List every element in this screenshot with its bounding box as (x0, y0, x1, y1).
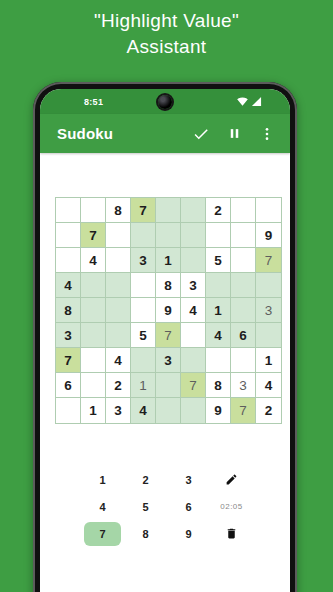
cell-r9c9[interactable]: 2 (256, 398, 281, 423)
cell-r8c9[interactable]: 4 (256, 373, 281, 398)
cell-r8c8[interactable]: 3 (231, 373, 256, 398)
cell-r1c4[interactable]: 7 (131, 198, 156, 223)
numpad-key-5[interactable]: 5 (127, 495, 164, 519)
cell-r1c3[interactable]: 8 (106, 198, 131, 223)
overflow-menu-icon (259, 126, 275, 142)
cell-r5c8[interactable] (231, 298, 256, 323)
cell-r4c6[interactable]: 3 (181, 273, 206, 298)
cell-r3c8[interactable] (231, 248, 256, 273)
cell-r9c2[interactable]: 1 (81, 398, 106, 423)
cell-r1c8[interactable] (231, 198, 256, 223)
cell-r1c5[interactable] (156, 198, 181, 223)
cell-r2c6[interactable] (181, 223, 206, 248)
cell-r4c9[interactable] (256, 273, 281, 298)
cell-r3c9[interactable]: 7 (256, 248, 281, 273)
cell-r3c3[interactable] (106, 248, 131, 273)
cell-r7c6[interactable] (181, 348, 206, 373)
cell-r5c4[interactable] (131, 298, 156, 323)
cell-r7c2[interactable] (81, 348, 106, 373)
cell-r1c7[interactable]: 2 (206, 198, 231, 223)
cell-r4c8[interactable] (231, 273, 256, 298)
cell-r9c6[interactable] (181, 398, 206, 423)
cell-r5c9[interactable]: 3 (256, 298, 281, 323)
banner-title-line2: Assistant (0, 34, 333, 60)
cell-r6c1[interactable]: 3 (56, 323, 81, 348)
cellular-signal-icon (251, 96, 262, 107)
numpad-key-9[interactable]: 9 (170, 522, 207, 546)
cell-r2c5[interactable] (156, 223, 181, 248)
cell-r5c1[interactable]: 8 (56, 298, 81, 323)
cell-r9c5[interactable] (156, 398, 181, 423)
cell-r6c5[interactable]: 7 (156, 323, 181, 348)
phone-screen: 8:51 Sudoku 87279431574838 (40, 89, 290, 592)
status-bar-clock: 8:51 (84, 97, 103, 107)
cell-r1c2[interactable] (81, 198, 106, 223)
cell-r9c1[interactable] (56, 398, 81, 423)
sudoku-grid: 8727943157483894133574674316217834134972 (55, 197, 282, 424)
cell-r7c9[interactable]: 1 (256, 348, 281, 373)
cell-r5c5[interactable]: 9 (156, 298, 181, 323)
cell-r6c2[interactable] (81, 323, 106, 348)
numpad-key-4[interactable]: 4 (84, 495, 121, 519)
cell-r2c9[interactable]: 9 (256, 223, 281, 248)
cell-r8c1[interactable]: 6 (56, 373, 81, 398)
cell-r8c3[interactable]: 2 (106, 373, 131, 398)
cell-r4c5[interactable]: 8 (156, 273, 181, 298)
cell-r7c8[interactable] (231, 348, 256, 373)
trash-icon (225, 527, 238, 540)
front-camera (158, 95, 172, 109)
cell-r3c2[interactable]: 4 (81, 248, 106, 273)
overflow-menu-button[interactable] (257, 124, 277, 144)
cell-r3c6[interactable] (181, 248, 206, 273)
cell-r5c3[interactable] (106, 298, 131, 323)
numpad-key-1[interactable]: 1 (84, 468, 121, 492)
cell-r7c3[interactable]: 4 (106, 348, 131, 373)
cell-r2c2[interactable]: 7 (81, 223, 106, 248)
cell-r8c4[interactable]: 1 (131, 373, 156, 398)
erase-button[interactable] (210, 520, 253, 547)
cell-r6c4[interactable]: 5 (131, 323, 156, 348)
cell-r4c1[interactable]: 4 (56, 273, 81, 298)
cell-r9c3[interactable]: 3 (106, 398, 131, 423)
cell-r3c1[interactable] (56, 248, 81, 273)
cell-r8c7[interactable]: 8 (206, 373, 231, 398)
cell-r5c7[interactable]: 1 (206, 298, 231, 323)
game-timer: 02:05 (220, 502, 243, 511)
validate-button[interactable] (191, 124, 211, 144)
numpad-key-8[interactable]: 8 (127, 522, 164, 546)
cell-r4c2[interactable] (81, 273, 106, 298)
cell-r2c7[interactable] (206, 223, 231, 248)
pause-button[interactable] (224, 124, 244, 144)
cell-r2c8[interactable] (231, 223, 256, 248)
cell-r9c7[interactable]: 9 (206, 398, 231, 423)
cell-r6c9[interactable] (256, 323, 281, 348)
cell-r8c6[interactable]: 7 (181, 373, 206, 398)
cell-r6c3[interactable] (106, 323, 131, 348)
numpad-key-3[interactable]: 3 (170, 468, 207, 492)
cell-r3c5[interactable]: 1 (156, 248, 181, 273)
cell-r3c7[interactable]: 5 (206, 248, 231, 273)
cell-r6c7[interactable]: 4 (206, 323, 231, 348)
check-icon (192, 125, 210, 143)
banner-title-line1: "Highlight Value" (0, 8, 333, 34)
cell-r7c7[interactable] (206, 348, 231, 373)
cell-r2c4[interactable] (131, 223, 156, 248)
cell-r9c8[interactable]: 7 (231, 398, 256, 423)
cell-r4c3[interactable] (106, 273, 131, 298)
phone-mockup: 8:51 Sudoku 87279431574838 (33, 82, 297, 592)
cell-r9c4[interactable]: 4 (131, 398, 156, 423)
numpad: 1 2 3 4 5 6 02:05 7 8 9 (81, 466, 253, 547)
banner: "Highlight Value" Assistant (0, 8, 333, 60)
cell-r2c1[interactable] (56, 223, 81, 248)
cell-r8c2[interactable] (81, 373, 106, 398)
cell-r6c6[interactable] (181, 323, 206, 348)
cell-r3c4[interactable]: 3 (131, 248, 156, 273)
cell-r1c9[interactable] (256, 198, 281, 223)
cell-r6c8[interactable]: 6 (231, 323, 256, 348)
pause-icon (227, 126, 242, 141)
cell-r7c5[interactable]: 3 (156, 348, 181, 373)
cell-r5c6[interactable]: 4 (181, 298, 206, 323)
pencil-icon (225, 473, 238, 486)
cell-r1c6[interactable] (181, 198, 206, 223)
status-bar: 8:51 (40, 89, 290, 114)
cell-r4c7[interactable] (206, 273, 231, 298)
wifi-icon (237, 96, 248, 107)
cell-r5c2[interactable] (81, 298, 106, 323)
numpad-key-2[interactable]: 2 (127, 468, 164, 492)
cell-r4c4[interactable] (131, 273, 156, 298)
cell-r2c3[interactable] (106, 223, 131, 248)
cell-r7c1[interactable]: 7 (56, 348, 81, 373)
app-title: Sudoku (57, 125, 113, 142)
app-bar: Sudoku (40, 114, 290, 153)
cell-r8c5[interactable] (156, 373, 181, 398)
notes-button[interactable] (210, 466, 253, 493)
cell-r7c4[interactable] (131, 348, 156, 373)
cell-r1c1[interactable] (56, 198, 81, 223)
numpad-key-6[interactable]: 6 (170, 495, 207, 519)
numpad-key-7[interactable]: 7 (84, 522, 121, 546)
game-content: 8727943157483894133574674316217834134972… (40, 153, 290, 592)
